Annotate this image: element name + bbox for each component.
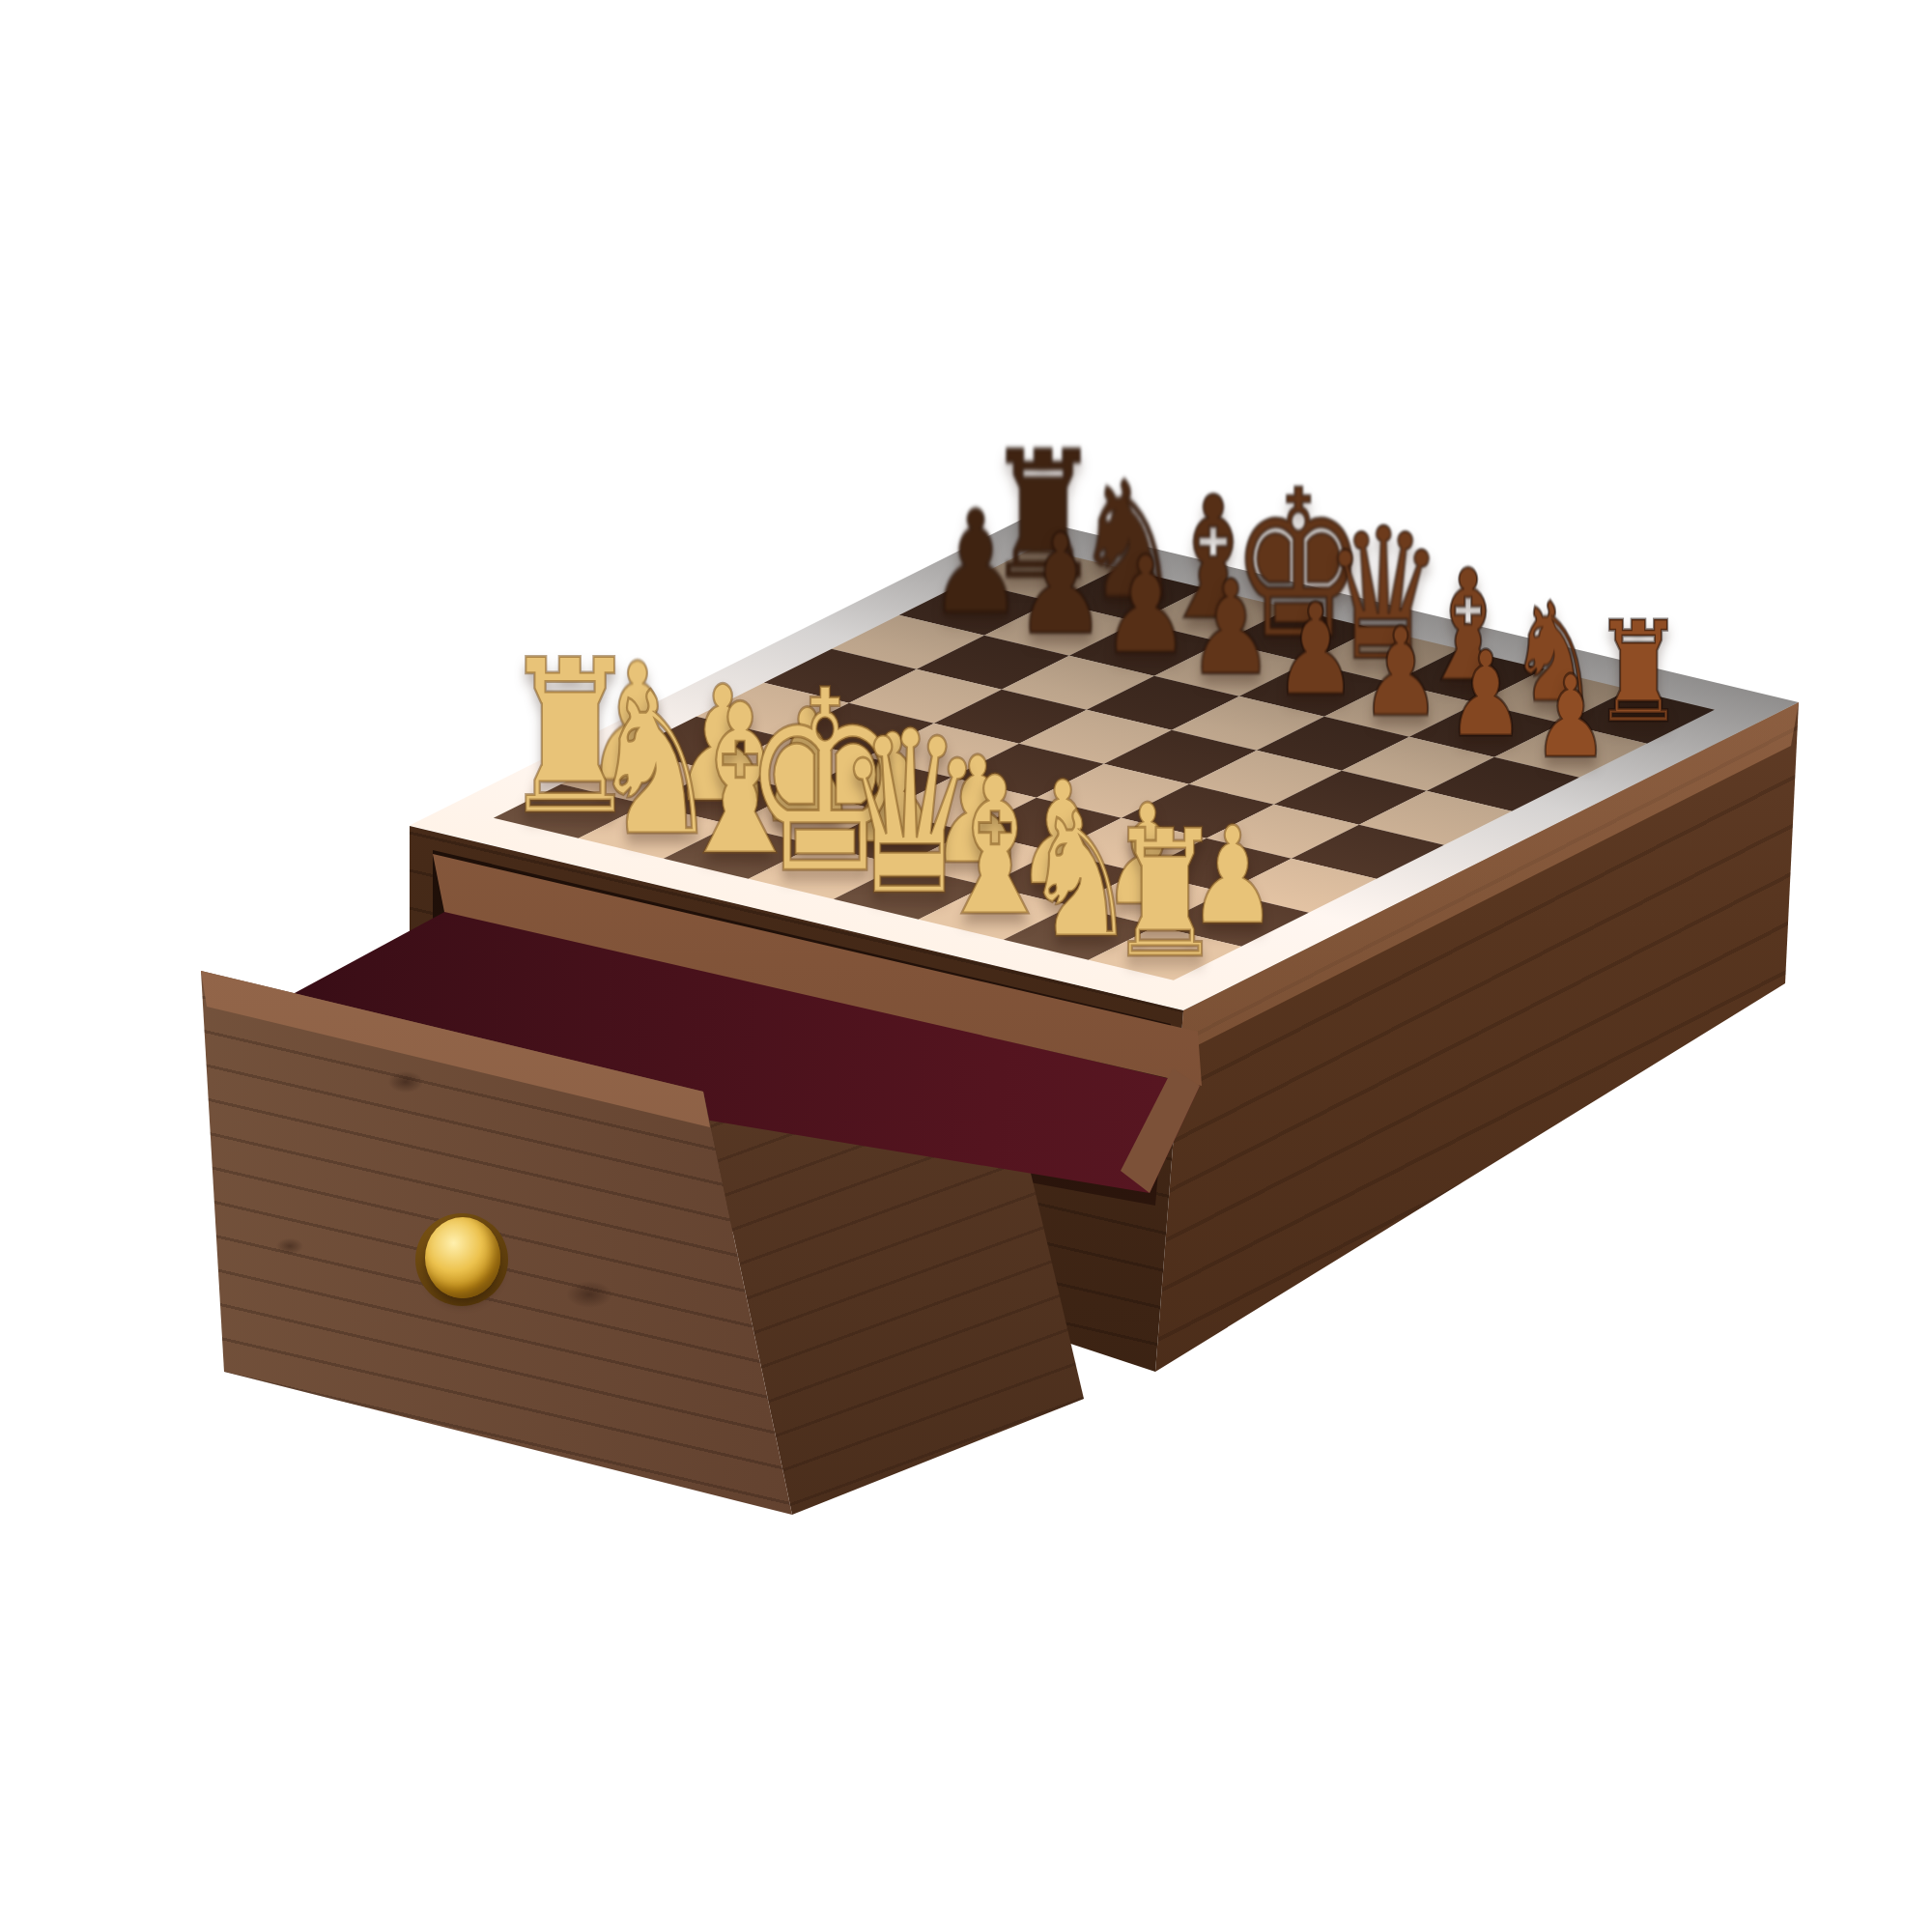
piece-dark-pawn-f7[interactable]: ♟ bbox=[1360, 611, 1441, 734]
pieces-layer: ♜♞♝♚♛♝♞♜♟♟♟♟♟♟♟♟♟♟♟♟♟♟♟♟♜♞♝♚♛♝♞♜ bbox=[0, 0, 1932, 1932]
piece-dark-pawn-e7[interactable]: ♟ bbox=[1274, 587, 1358, 714]
piece-dark-pawn-h7[interactable]: ♟ bbox=[1533, 660, 1608, 774]
piece-dark-pawn-b7[interactable]: ♟ bbox=[1014, 516, 1106, 655]
product-photo-chess-box: ♜♞♝♚♛♝♞♜♟♟♟♟♟♟♟♟♟♟♟♟♟♟♟♟♜♞♝♚♛♝♞♜ bbox=[0, 0, 1932, 1932]
piece-dark-pawn-a7[interactable]: ♟ bbox=[928, 492, 1023, 635]
piece-dark-pawn-g7[interactable]: ♟ bbox=[1446, 636, 1524, 753]
piece-white-rook-h1[interactable]: ♜ bbox=[1107, 807, 1224, 982]
piece-dark-pawn-c7[interactable]: ♟ bbox=[1101, 539, 1191, 673]
piece-dark-pawn-d7[interactable]: ♟ bbox=[1187, 563, 1274, 694]
